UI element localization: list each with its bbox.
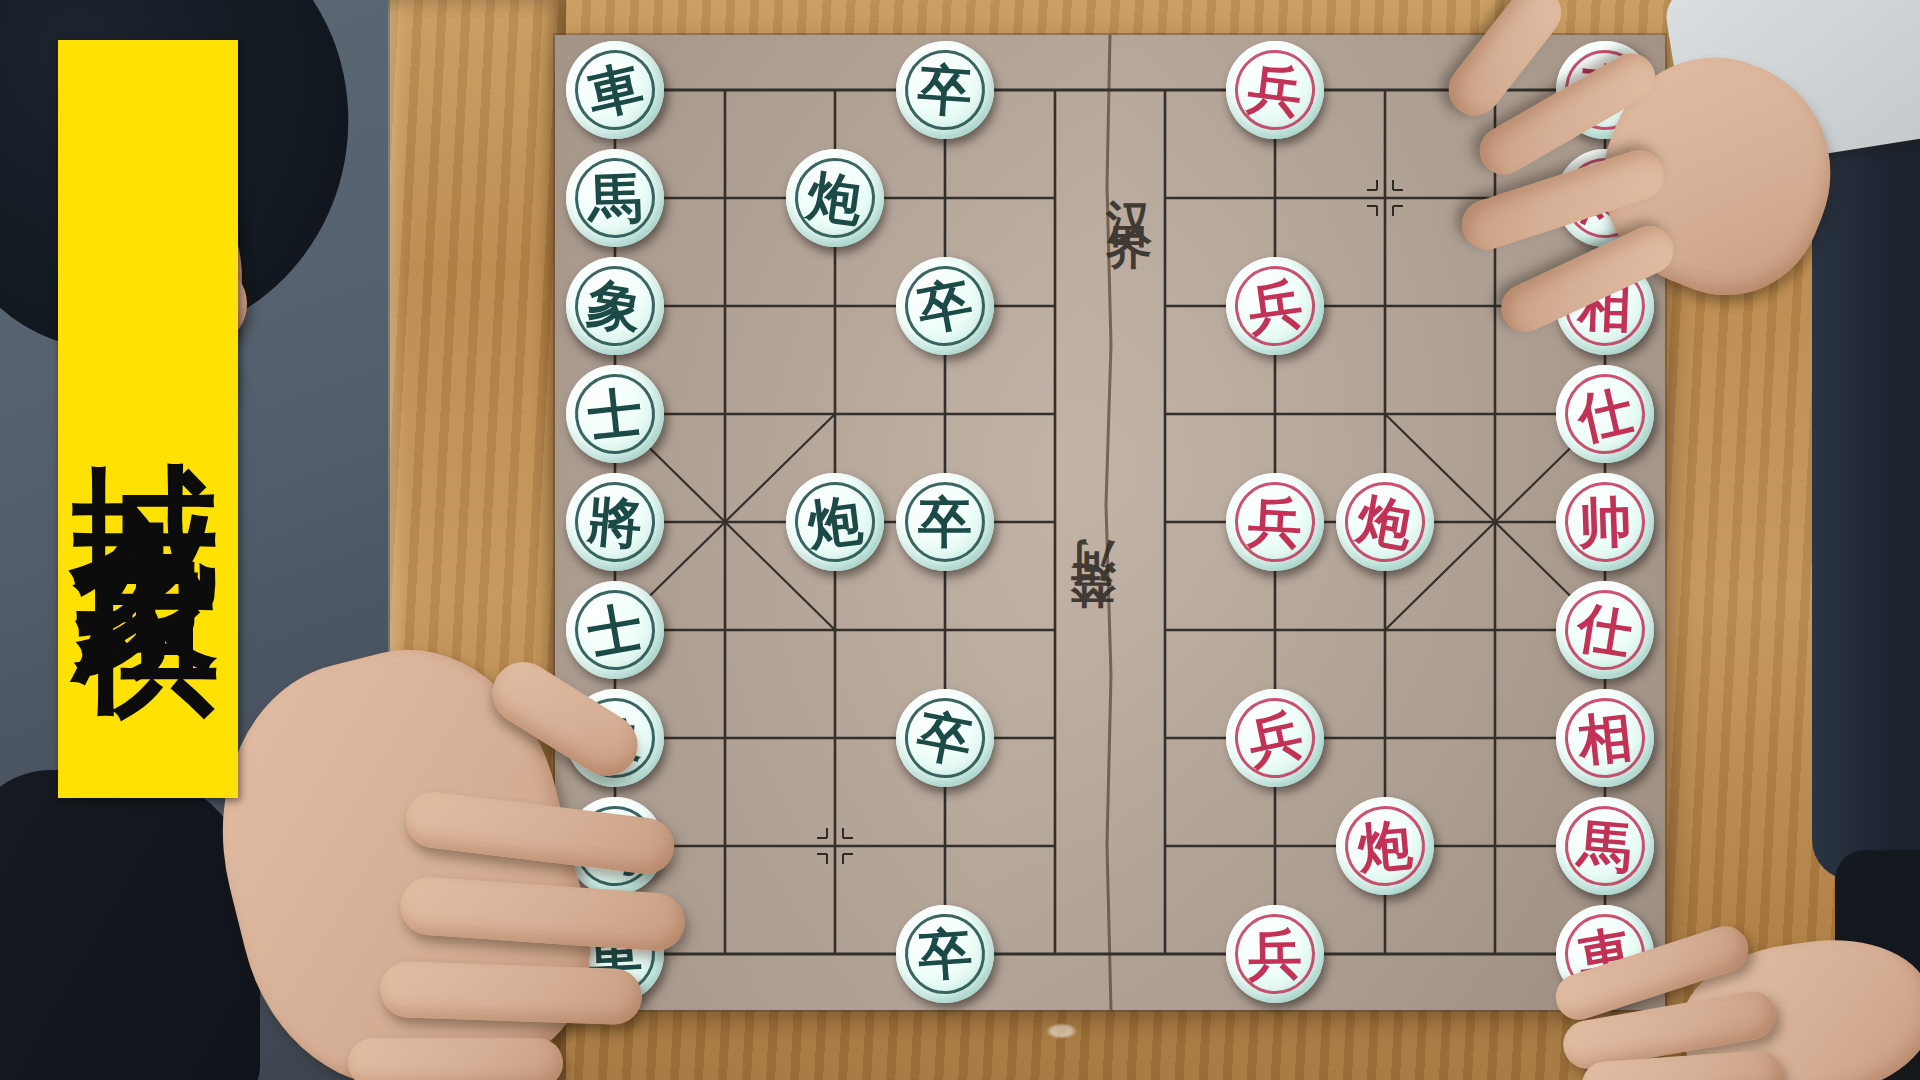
piece-character: 馬: [587, 170, 643, 226]
hand-bottom-right: [1552, 908, 1920, 1080]
piece-character: 兵: [1247, 494, 1304, 551]
piece-character: 炮: [805, 492, 865, 552]
piece-character: 兵: [1245, 60, 1305, 120]
piece-character: 炮: [805, 168, 866, 229]
channel-banner: 城市象棋: [58, 40, 238, 798]
piece-black-soldier[interactable]: 卒: [896, 473, 994, 571]
piece-character: 兵: [1243, 706, 1307, 770]
piece-character: 卒: [918, 495, 972, 549]
player-clothing-bottom-left: [0, 770, 260, 1080]
piece-character: 卒: [916, 925, 974, 983]
finger: [379, 960, 643, 1025]
hand-top-right: [1440, 0, 1920, 360]
scene: 汉界 楚河 車馬象士將士象馬車炮炮卒卒卒卒卒兵兵兵兵兵炮炮車馬相仕帅仕相馬車 城…: [0, 0, 1920, 1080]
piece-character: 兵: [1248, 927, 1303, 982]
piece-character: 炮: [1356, 817, 1415, 876]
piece-character: 馬: [1576, 817, 1635, 876]
finger: [348, 1038, 563, 1080]
banner-title: 城市象棋: [58, 343, 238, 495]
river-label-chu-he: 楚河: [1061, 595, 1161, 647]
piece-character: 相: [1575, 708, 1634, 767]
piece-character: 士: [585, 384, 644, 443]
piece-character: 車: [583, 58, 648, 123]
piece-character: 卒: [913, 274, 976, 337]
piece-character: 仕: [1573, 382, 1638, 447]
piece-character: 象: [584, 275, 646, 337]
piece-character: 卒: [916, 61, 974, 119]
piece-character: 卒: [913, 706, 976, 769]
piece-character: 炮: [1354, 491, 1417, 554]
river-label-han-jie: 汉界: [1061, 163, 1161, 215]
piece-character: 仕: [1574, 599, 1636, 661]
hand-bottom-left: [230, 560, 710, 1080]
piece-character: 兵: [1245, 276, 1306, 337]
piece-character: 帅: [1577, 494, 1633, 550]
piece-character: 將: [586, 493, 645, 552]
